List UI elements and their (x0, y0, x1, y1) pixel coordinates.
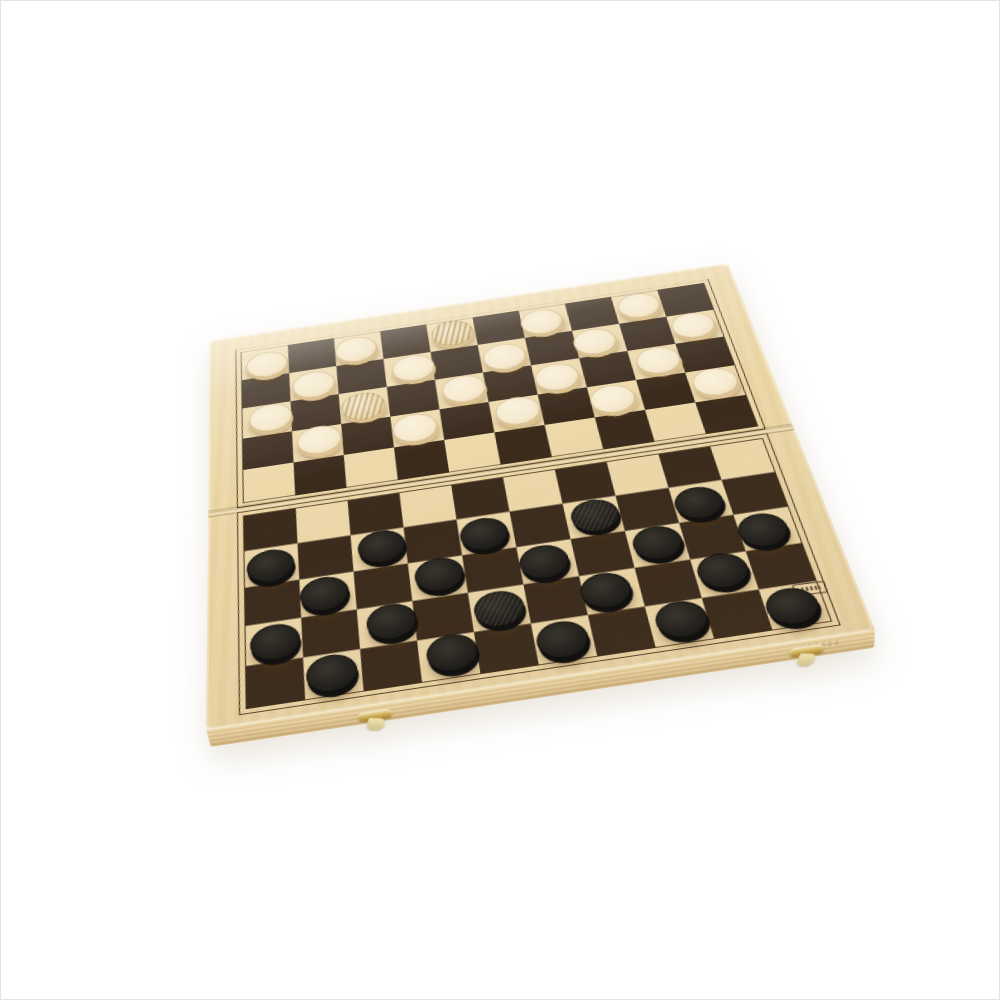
square-r8-c0 (246, 618, 304, 666)
piece-white (587, 382, 638, 415)
piece-side (460, 519, 513, 558)
square-r5-c9 (710, 439, 774, 480)
square-r9-c5 (531, 615, 597, 665)
piece-side (414, 559, 467, 600)
piece-top (334, 334, 378, 364)
piece-white (390, 353, 436, 384)
square-r8-c2 (357, 601, 417, 649)
piece-top (568, 497, 623, 535)
square-r8-c1 (301, 609, 360, 657)
latch-hook-icon (366, 718, 385, 730)
piece-white (249, 401, 293, 434)
piece-side (518, 546, 574, 586)
square-r9-c4 (474, 624, 539, 674)
square-r5-c7 (607, 454, 669, 495)
piece-top (357, 528, 408, 567)
piece-top (306, 651, 359, 696)
square-r7-c5 (516, 539, 579, 584)
piece-black (733, 510, 793, 549)
piece-black (357, 528, 408, 567)
wooden-box-board (206, 264, 875, 730)
piece-side (307, 656, 361, 701)
square-r7-c4 (462, 547, 523, 593)
piece-white (493, 394, 543, 427)
piece-white (391, 411, 439, 445)
piece-top (297, 423, 343, 457)
square-r5-c8 (658, 447, 721, 488)
piece-top (412, 555, 465, 595)
scene-rotation (165, 132, 836, 803)
square-r6-c3 (404, 519, 463, 563)
piece-top (533, 618, 592, 662)
square-r8-c7 (635, 559, 702, 606)
piece-white (533, 361, 582, 393)
piece-white (246, 349, 288, 380)
piece-white (633, 345, 684, 377)
piece-black (458, 515, 511, 554)
piece-side (367, 605, 421, 648)
piece-black (306, 651, 359, 696)
piece-top (651, 598, 712, 641)
piece-side (695, 554, 756, 595)
piece-black (533, 618, 592, 662)
piece-black (250, 621, 301, 664)
piece-black (761, 584, 825, 627)
piece-white (614, 291, 663, 320)
piece-top (246, 349, 288, 380)
piece-top (292, 369, 336, 401)
piece-white (292, 369, 336, 401)
piece-top (250, 621, 301, 664)
square-r6-c5 (510, 504, 571, 547)
square-r8-c4 (468, 584, 531, 632)
piece-side (474, 592, 530, 634)
piece-black (568, 497, 623, 535)
square-r5-c5 (503, 470, 562, 512)
square-r8-c5 (523, 576, 587, 623)
piece-white (668, 310, 719, 340)
piece-white (297, 423, 343, 457)
piece-side (535, 622, 594, 666)
square-r5-c2 (348, 493, 404, 535)
square-r5-c4 (451, 478, 509, 520)
checkers-set-photo (205, 172, 795, 762)
square-r8-c3 (412, 593, 474, 641)
piece-top (458, 515, 511, 554)
piece-white (430, 318, 475, 348)
piece-top (472, 588, 528, 630)
square-r8-c9 (746, 543, 816, 590)
piece-black (693, 550, 753, 591)
square-r5-c6 (555, 462, 616, 504)
piece-top (761, 584, 825, 627)
scene-perspective (165, 132, 836, 803)
piece-black (300, 574, 351, 615)
piece-side (301, 578, 352, 619)
piece-top (424, 631, 480, 675)
piece-white (570, 326, 619, 357)
piece-black (472, 588, 528, 630)
square-r9-c3 (417, 632, 480, 682)
piece-side (654, 602, 715, 646)
piece-white (334, 334, 378, 364)
square-r6-c0 (245, 543, 300, 587)
piece-top (693, 550, 753, 591)
square-r6-c7 (616, 488, 680, 531)
square-r7-c8 (679, 515, 746, 560)
piece-side (426, 636, 482, 680)
piece-side (247, 550, 296, 590)
square-r6-c2 (351, 527, 408, 571)
square-r7-c9 (733, 507, 801, 552)
piece-white (481, 341, 528, 372)
square-r7-c6 (571, 531, 635, 576)
square-r7-c1 (299, 571, 356, 617)
piece-white (689, 365, 742, 398)
square-r8-c8 (690, 551, 759, 598)
square-r7-c0 (245, 580, 301, 626)
square-r6-c6 (563, 496, 625, 539)
piece-black (365, 601, 418, 643)
piece-top (733, 510, 793, 549)
piece-top (577, 570, 635, 612)
brass-latch-right (788, 643, 826, 674)
piece-black (651, 598, 712, 641)
piece-side (358, 532, 409, 571)
piece-top (629, 523, 687, 563)
piece-side (580, 574, 638, 616)
piece-top (670, 484, 727, 522)
piece-side (631, 527, 689, 567)
square-r9-c1 (303, 649, 363, 700)
square-r9-c9 (759, 581, 831, 630)
maker-stamp-marks (797, 585, 821, 592)
square-r9-c7 (645, 598, 714, 647)
piece-black (246, 546, 294, 585)
piece-top (246, 546, 294, 585)
square-r7-c3 (408, 555, 468, 601)
piece-side (764, 589, 828, 632)
piece-black (629, 523, 687, 563)
piece-side (570, 500, 625, 538)
square-r6-c1 (298, 535, 354, 579)
piece-white (519, 307, 566, 337)
square-r9-c0 (246, 658, 305, 709)
piece-top (300, 574, 351, 615)
piece-black (670, 484, 727, 522)
square-r9-c8 (702, 589, 773, 638)
square-r9-c6 (588, 607, 656, 656)
piece-white (341, 390, 387, 423)
piece-black (424, 631, 480, 675)
piece-top (365, 601, 418, 643)
piece-top (516, 542, 571, 582)
brass-latch-left (355, 708, 398, 739)
square-r7-c2 (354, 563, 413, 609)
square-r7-c7 (625, 523, 690, 568)
square-r6-c4 (457, 512, 517, 556)
piece-black (412, 555, 465, 595)
piece-side (251, 625, 302, 668)
piece-white (441, 373, 488, 405)
piece-black (516, 542, 571, 582)
piece-side (736, 514, 796, 554)
square-r8-c6 (579, 568, 645, 615)
square-r6-c9 (722, 472, 788, 515)
piece-side (672, 488, 730, 526)
square-r5-c1 (296, 501, 351, 543)
square-r9-c2 (360, 641, 422, 691)
square-r5-c3 (399, 485, 456, 527)
latch-hook-icon (796, 653, 816, 666)
piece-black (577, 570, 635, 612)
maker-stamp (792, 581, 828, 596)
square-r5-c0 (244, 509, 298, 552)
square-r6-c8 (669, 480, 734, 523)
